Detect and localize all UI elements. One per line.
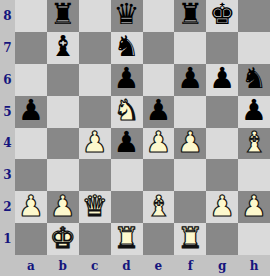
rank-label-1: 1: [0, 223, 15, 255]
square-g3[interactable]: [206, 159, 238, 191]
square-g7[interactable]: [206, 32, 238, 64]
square-f4[interactable]: ♟: [174, 128, 206, 160]
rank-label-7: 7: [0, 32, 15, 64]
square-b1[interactable]: ♚: [47, 223, 79, 255]
rank-label-5: 5: [0, 96, 15, 128]
square-d6[interactable]: ♟: [111, 64, 143, 96]
white-rook-piece: ♜: [114, 224, 140, 253]
file-label-e: e: [143, 255, 175, 276]
square-d3[interactable]: [111, 159, 143, 191]
file-label-a: a: [15, 255, 47, 276]
file-labels: abcdefgh: [15, 255, 270, 276]
square-d4[interactable]: ♟: [111, 128, 143, 160]
rank-labels: 87654321: [0, 0, 15, 255]
square-h2[interactable]: ♟: [238, 191, 270, 223]
square-h3[interactable]: [238, 159, 270, 191]
square-e3[interactable]: [143, 159, 175, 191]
square-a7[interactable]: [15, 32, 47, 64]
square-b6[interactable]: [47, 64, 79, 96]
white-pawn-piece: ♟: [177, 128, 203, 157]
square-f7[interactable]: [174, 32, 206, 64]
square-a4[interactable]: [15, 128, 47, 160]
square-f8[interactable]: ♜: [174, 0, 206, 32]
square-a6[interactable]: [15, 64, 47, 96]
white-queen-piece: ♛: [82, 192, 108, 221]
black-king-piece: ♚: [209, 0, 235, 29]
square-g4[interactable]: [206, 128, 238, 160]
square-b7[interactable]: ♝: [47, 32, 79, 64]
white-pawn-piece: ♟: [145, 128, 171, 157]
rank-label-6: 6: [0, 64, 15, 96]
file-label-b: b: [47, 255, 79, 276]
square-h4[interactable]: ♝: [238, 128, 270, 160]
square-a3[interactable]: [15, 159, 47, 191]
file-label-g: g: [206, 255, 238, 276]
square-b2[interactable]: ♟: [47, 191, 79, 223]
square-e5[interactable]: ♟: [143, 96, 175, 128]
white-bishop-piece: ♝: [241, 128, 267, 157]
square-f1[interactable]: ♜: [174, 223, 206, 255]
rank-label-3: 3: [0, 159, 15, 191]
square-c8[interactable]: [79, 0, 111, 32]
file-label-c: c: [79, 255, 111, 276]
rank-label-4: 4: [0, 128, 15, 160]
white-pawn-piece: ♟: [50, 192, 76, 221]
square-a1[interactable]: [15, 223, 47, 255]
square-c6[interactable]: [79, 64, 111, 96]
white-knight-piece: ♞: [114, 96, 140, 125]
square-g2[interactable]: ♟: [206, 191, 238, 223]
square-b8[interactable]: ♜: [47, 0, 79, 32]
square-f3[interactable]: [174, 159, 206, 191]
square-d2[interactable]: [111, 191, 143, 223]
square-d1[interactable]: ♜: [111, 223, 143, 255]
square-c3[interactable]: [79, 159, 111, 191]
black-pawn-piece: ♟: [18, 96, 44, 125]
black-pawn-piece: ♟: [209, 64, 235, 93]
square-c1[interactable]: [79, 223, 111, 255]
square-f2[interactable]: [174, 191, 206, 223]
black-bishop-piece: ♝: [50, 32, 76, 61]
square-b3[interactable]: [47, 159, 79, 191]
square-e8[interactable]: [143, 0, 175, 32]
square-c2[interactable]: ♛: [79, 191, 111, 223]
file-label-h: h: [238, 255, 270, 276]
square-b5[interactable]: [47, 96, 79, 128]
black-queen-piece: ♛: [114, 0, 140, 29]
black-knight-piece: ♞: [241, 64, 267, 93]
square-c7[interactable]: [79, 32, 111, 64]
black-pawn-piece: ♟: [114, 128, 140, 157]
square-g6[interactable]: ♟: [206, 64, 238, 96]
square-e2[interactable]: ♝: [143, 191, 175, 223]
square-c5[interactable]: [79, 96, 111, 128]
square-e7[interactable]: [143, 32, 175, 64]
black-pawn-piece: ♟: [145, 96, 171, 125]
square-f5[interactable]: [174, 96, 206, 128]
square-h8[interactable]: [238, 0, 270, 32]
square-a5[interactable]: ♟: [15, 96, 47, 128]
square-d7[interactable]: ♞: [111, 32, 143, 64]
square-b4[interactable]: [47, 128, 79, 160]
white-pawn-piece: ♟: [209, 192, 235, 221]
square-h7[interactable]: [238, 32, 270, 64]
square-e1[interactable]: [143, 223, 175, 255]
square-h1[interactable]: [238, 223, 270, 255]
white-pawn-piece: ♟: [241, 192, 267, 221]
black-pawn-piece: ♟: [241, 96, 267, 125]
square-e6[interactable]: [143, 64, 175, 96]
square-a8[interactable]: [15, 0, 47, 32]
file-label-d: d: [111, 255, 143, 276]
white-pawn-piece: ♟: [18, 192, 44, 221]
white-king-piece: ♚: [50, 224, 76, 253]
black-rook-piece: ♜: [50, 0, 76, 29]
black-pawn-piece: ♟: [177, 64, 203, 93]
white-bishop-piece: ♝: [145, 192, 171, 221]
black-rook-piece: ♜: [177, 0, 203, 29]
chess-board-diagram: 87654321 ♜♛♜♚♝♞♟♟♟♞♟♞♟♟♟♟♟♟♝♟♟♛♝♟♟♚♜♜ ab…: [0, 0, 270, 276]
square-g1[interactable]: [206, 223, 238, 255]
square-h6[interactable]: ♞: [238, 64, 270, 96]
square-f6[interactable]: ♟: [174, 64, 206, 96]
square-c4[interactable]: ♟: [79, 128, 111, 160]
file-label-f: f: [174, 255, 206, 276]
square-d5[interactable]: ♞: [111, 96, 143, 128]
square-g8[interactable]: ♚: [206, 0, 238, 32]
rank-label-2: 2: [0, 191, 15, 223]
black-knight-piece: ♞: [114, 32, 140, 61]
square-g5[interactable]: [206, 96, 238, 128]
square-d8[interactable]: ♛: [111, 0, 143, 32]
white-pawn-piece: ♟: [82, 128, 108, 157]
black-pawn-piece: ♟: [114, 64, 140, 93]
white-rook-piece: ♜: [177, 224, 203, 253]
rank-label-8: 8: [0, 0, 15, 32]
square-h5[interactable]: ♟: [238, 96, 270, 128]
square-a2[interactable]: ♟: [15, 191, 47, 223]
square-e4[interactable]: ♟: [143, 128, 175, 160]
board-grid: ♜♛♜♚♝♞♟♟♟♞♟♞♟♟♟♟♟♟♝♟♟♛♝♟♟♚♜♜: [15, 0, 270, 255]
